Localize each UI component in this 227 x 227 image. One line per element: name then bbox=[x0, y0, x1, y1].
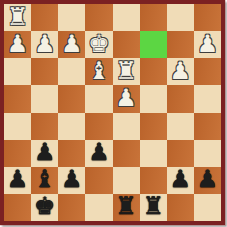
square-a5[interactable] bbox=[4, 85, 31, 112]
chess-board-frame: ♜♟♟♟♚♟♝♜♟♟♟♟♟♝♟♟♟♚♜♜ bbox=[0, 0, 225, 225]
piece-white-rook-e6[interactable]: ♜ bbox=[115, 59, 137, 83]
square-g6[interactable]: ♟ bbox=[167, 58, 194, 85]
square-f2[interactable] bbox=[140, 167, 167, 194]
chess-board: ♜♟♟♟♚♟♝♜♟♟♟♟♟♝♟♟♟♚♜♜ bbox=[4, 4, 221, 221]
square-f6[interactable] bbox=[140, 58, 167, 85]
square-f8[interactable] bbox=[140, 4, 167, 31]
piece-black-pawn-b3[interactable]: ♟ bbox=[34, 140, 56, 164]
square-d6[interactable]: ♝ bbox=[85, 58, 112, 85]
square-d7[interactable]: ♚ bbox=[85, 31, 112, 58]
square-e6[interactable]: ♜ bbox=[113, 58, 140, 85]
square-h7[interactable]: ♟ bbox=[194, 31, 221, 58]
square-b4[interactable] bbox=[31, 113, 58, 140]
piece-white-bishop-d6[interactable]: ♝ bbox=[88, 59, 110, 83]
square-h6[interactable] bbox=[194, 58, 221, 85]
square-g7[interactable] bbox=[167, 31, 194, 58]
square-e7[interactable] bbox=[113, 31, 140, 58]
square-h4[interactable] bbox=[194, 113, 221, 140]
square-b7[interactable]: ♟ bbox=[31, 31, 58, 58]
square-g1[interactable] bbox=[167, 194, 194, 221]
square-b2[interactable]: ♝ bbox=[31, 167, 58, 194]
square-h1[interactable] bbox=[194, 194, 221, 221]
square-f4[interactable] bbox=[140, 113, 167, 140]
square-e4[interactable] bbox=[113, 113, 140, 140]
square-c1[interactable] bbox=[58, 194, 85, 221]
square-d4[interactable] bbox=[85, 113, 112, 140]
square-e3[interactable] bbox=[113, 140, 140, 167]
square-b3[interactable]: ♟ bbox=[31, 140, 58, 167]
chess-diagram: ♜♟♟♟♚♟♝♜♟♟♟♟♟♝♟♟♟♚♜♜ bbox=[0, 0, 227, 227]
square-h2[interactable]: ♟ bbox=[194, 167, 221, 194]
square-e2[interactable] bbox=[113, 167, 140, 194]
square-a7[interactable]: ♟ bbox=[4, 31, 31, 58]
piece-black-pawn-d3[interactable]: ♟ bbox=[88, 140, 110, 164]
piece-white-pawn-h7[interactable]: ♟ bbox=[197, 32, 219, 56]
square-d2[interactable] bbox=[85, 167, 112, 194]
square-c5[interactable] bbox=[58, 85, 85, 112]
piece-black-rook-f1[interactable]: ♜ bbox=[142, 194, 164, 218]
square-f5[interactable] bbox=[140, 85, 167, 112]
piece-white-pawn-a7[interactable]: ♟ bbox=[7, 32, 29, 56]
piece-white-king-d7[interactable]: ♚ bbox=[88, 32, 110, 56]
square-f7[interactable] bbox=[140, 31, 167, 58]
square-c2[interactable]: ♟ bbox=[58, 167, 85, 194]
square-f1[interactable]: ♜ bbox=[140, 194, 167, 221]
square-a1[interactable] bbox=[4, 194, 31, 221]
square-a3[interactable] bbox=[4, 140, 31, 167]
square-b1[interactable]: ♚ bbox=[31, 194, 58, 221]
piece-black-pawn-g2[interactable]: ♟ bbox=[170, 167, 192, 191]
square-c8[interactable] bbox=[58, 4, 85, 31]
square-g8[interactable] bbox=[167, 4, 194, 31]
square-h8[interactable] bbox=[194, 4, 221, 31]
square-d8[interactable] bbox=[85, 4, 112, 31]
square-d5[interactable] bbox=[85, 85, 112, 112]
piece-black-pawn-c2[interactable]: ♟ bbox=[61, 167, 83, 191]
square-g3[interactable] bbox=[167, 140, 194, 167]
square-b6[interactable] bbox=[31, 58, 58, 85]
piece-black-pawn-a2[interactable]: ♟ bbox=[7, 167, 29, 191]
square-b8[interactable] bbox=[31, 4, 58, 31]
square-c6[interactable] bbox=[58, 58, 85, 85]
piece-black-rook-e1[interactable]: ♜ bbox=[115, 194, 137, 218]
square-f3[interactable] bbox=[140, 140, 167, 167]
square-e5[interactable]: ♟ bbox=[113, 85, 140, 112]
square-d3[interactable]: ♟ bbox=[85, 140, 112, 167]
piece-black-bishop-b2[interactable]: ♝ bbox=[34, 167, 56, 191]
piece-white-pawn-c7[interactable]: ♟ bbox=[61, 32, 83, 56]
square-d1[interactable] bbox=[85, 194, 112, 221]
square-g5[interactable] bbox=[167, 85, 194, 112]
square-a6[interactable] bbox=[4, 58, 31, 85]
square-b5[interactable] bbox=[31, 85, 58, 112]
square-c7[interactable]: ♟ bbox=[58, 31, 85, 58]
square-h3[interactable] bbox=[194, 140, 221, 167]
square-c3[interactable] bbox=[58, 140, 85, 167]
square-g4[interactable] bbox=[167, 113, 194, 140]
piece-black-king-b1[interactable]: ♚ bbox=[34, 194, 56, 218]
piece-black-pawn-h2[interactable]: ♟ bbox=[197, 167, 219, 191]
square-a2[interactable]: ♟ bbox=[4, 167, 31, 194]
square-c4[interactable] bbox=[58, 113, 85, 140]
piece-white-pawn-b7[interactable]: ♟ bbox=[34, 32, 56, 56]
square-h5[interactable] bbox=[194, 85, 221, 112]
piece-white-pawn-e5[interactable]: ♟ bbox=[115, 86, 137, 110]
square-a4[interactable] bbox=[4, 113, 31, 140]
square-g2[interactable]: ♟ bbox=[167, 167, 194, 194]
square-e1[interactable]: ♜ bbox=[113, 194, 140, 221]
square-e8[interactable] bbox=[113, 4, 140, 31]
square-a8[interactable]: ♜ bbox=[4, 4, 31, 31]
piece-white-pawn-g6[interactable]: ♟ bbox=[170, 59, 192, 83]
piece-white-rook-a8[interactable]: ♜ bbox=[7, 5, 29, 29]
